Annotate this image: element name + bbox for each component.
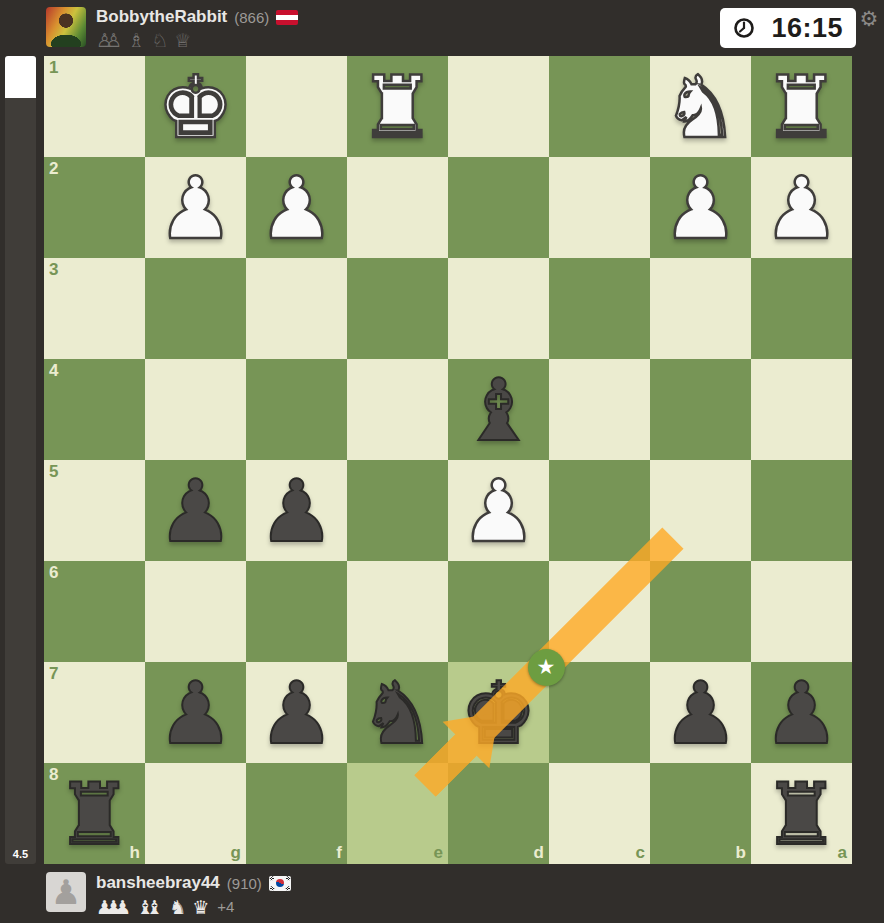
square-d8[interactable]: d	[448, 763, 549, 864]
black-bishop-d4[interactable]: ♝	[448, 359, 549, 460]
square-h4[interactable]: 4	[44, 359, 145, 460]
square-d1[interactable]	[448, 56, 549, 157]
black-rook-h8[interactable]: ♜	[44, 763, 145, 864]
square-f7[interactable]: ♟	[246, 662, 347, 763]
square-c8[interactable]: c	[549, 763, 650, 864]
square-h8[interactable]: 8h♜	[44, 763, 145, 864]
square-h7[interactable]: 7	[44, 662, 145, 763]
file-label: e	[434, 843, 443, 863]
evaluation-value: 4.5	[5, 848, 36, 860]
clock-icon	[733, 17, 755, 39]
white-pawn-a2[interactable]: ♟	[751, 157, 852, 258]
white-pawn-d5[interactable]: ♟	[448, 460, 549, 561]
square-d3[interactable]	[448, 258, 549, 359]
top-player-rating: (866)	[234, 9, 269, 26]
star-icon: ★	[537, 649, 556, 686]
square-a8[interactable]: a♜	[751, 763, 852, 864]
square-d5[interactable]: ♟	[448, 460, 549, 561]
bottom-player-name[interactable]: bansheebray44	[96, 873, 220, 893]
rank-label: 3	[49, 260, 58, 280]
square-b7[interactable]: ♟	[650, 662, 751, 763]
file-label: g	[231, 843, 241, 863]
square-c1[interactable]	[549, 56, 650, 157]
white-rook-a1[interactable]: ♜	[751, 56, 852, 157]
black-pawn-f5[interactable]: ♟	[246, 460, 347, 561]
captured-piece-group: ♝♝	[137, 896, 163, 918]
square-e8[interactable]: e	[347, 763, 448, 864]
square-b5[interactable]	[650, 460, 751, 561]
square-c5[interactable]	[549, 460, 650, 561]
square-e3[interactable]	[347, 258, 448, 359]
bottom-player-avatar[interactable]: ♟	[46, 872, 86, 912]
captured-piece-group: ♕	[174, 29, 191, 51]
white-pawn-f2[interactable]: ♟	[246, 157, 347, 258]
square-c6[interactable]	[549, 561, 650, 662]
captured-piece-group: ♞	[169, 896, 186, 918]
white-pawn-b2[interactable]: ♟	[650, 157, 751, 258]
square-f6[interactable]	[246, 561, 347, 662]
south-korea-flag-icon	[269, 876, 291, 891]
square-b3[interactable]	[650, 258, 751, 359]
square-d2[interactable]	[448, 157, 549, 258]
square-c2[interactable]	[549, 157, 650, 258]
square-e4[interactable]	[347, 359, 448, 460]
square-f1[interactable]	[246, 56, 347, 157]
evaluation-bar-white-section	[5, 56, 36, 98]
square-g3[interactable]	[145, 258, 246, 359]
rank-label: 6	[49, 563, 58, 583]
square-h3[interactable]: 3	[44, 258, 145, 359]
square-a2[interactable]: ♟	[751, 157, 852, 258]
chess-app: BobbytheRabbit (866) ♙♙♗♘♕ 16:15 ⚙ 4.5 1…	[0, 0, 884, 923]
gear-icon[interactable]: ⚙	[858, 8, 880, 30]
black-rook-a8[interactable]: ♜	[751, 763, 852, 864]
square-c4[interactable]	[549, 359, 650, 460]
square-e2[interactable]	[347, 157, 448, 258]
square-g7[interactable]: ♟	[145, 662, 246, 763]
square-h2[interactable]: 2	[44, 157, 145, 258]
square-e5[interactable]	[347, 460, 448, 561]
file-label: d	[534, 843, 544, 863]
square-b6[interactable]	[650, 561, 751, 662]
square-d4[interactable]: ♝	[448, 359, 549, 460]
captured-piece-group: ♗	[128, 29, 145, 51]
captured-piece-group: ♘	[151, 29, 168, 51]
square-f2[interactable]: ♟	[246, 157, 347, 258]
white-pawn-g2[interactable]: ♟	[145, 157, 246, 258]
square-g1[interactable]: ♚	[145, 56, 246, 157]
square-e1[interactable]: ♜	[347, 56, 448, 157]
square-f5[interactable]: ♟	[246, 460, 347, 561]
square-a4[interactable]	[751, 359, 852, 460]
bottom-player-rating: (910)	[227, 875, 262, 892]
top-player-avatar[interactable]	[46, 7, 86, 47]
square-g2[interactable]: ♟	[145, 157, 246, 258]
square-a5[interactable]	[751, 460, 852, 561]
file-label: c	[636, 843, 645, 863]
square-f4[interactable]	[246, 359, 347, 460]
top-clock-time: 16:15	[771, 13, 843, 44]
square-a7[interactable]: ♟	[751, 662, 852, 763]
chess-board[interactable]: 1♚♜♞♜2♟♟♟♟34♝5♟♟♟67♟♟♞♚♟♟8h♜gfedcba♜★	[44, 56, 852, 864]
square-a6[interactable]	[751, 561, 852, 662]
evaluation-bar: 4.5	[5, 56, 36, 864]
black-pawn-g5[interactable]: ♟	[145, 460, 246, 561]
square-e7[interactable]: ♞	[347, 662, 448, 763]
square-c7[interactable]	[549, 662, 650, 763]
square-a1[interactable]: ♜	[751, 56, 852, 157]
square-f8[interactable]: f	[246, 763, 347, 864]
captured-piece-group: ♙♙	[96, 29, 122, 51]
white-knight-b1[interactable]: ♞	[650, 56, 751, 157]
square-a3[interactable]	[751, 258, 852, 359]
black-pawn-f7[interactable]: ♟	[246, 662, 347, 763]
square-h5[interactable]: 5	[44, 460, 145, 561]
captured-piece-group: ♛	[192, 896, 209, 918]
austria-flag-icon	[276, 10, 298, 25]
square-h6[interactable]: 6	[44, 561, 145, 662]
bottom-player-bar: ♟ bansheebray44 (910) ♟♟♟♝♝♞♛+4 15:14	[0, 864, 884, 923]
square-g4[interactable]	[145, 359, 246, 460]
square-f3[interactable]	[246, 258, 347, 359]
rank-label: 2	[49, 159, 58, 179]
black-knight-e7[interactable]: ♞	[347, 662, 448, 763]
square-g6[interactable]	[145, 561, 246, 662]
top-player-name[interactable]: BobbytheRabbit	[96, 7, 227, 27]
square-b1[interactable]: ♞	[650, 56, 751, 157]
rank-label: 1	[49, 58, 58, 78]
black-pawn-g7[interactable]: ♟	[145, 662, 246, 763]
rank-label: 5	[49, 462, 58, 482]
best-move-badge: ★	[528, 649, 565, 686]
square-c3[interactable]	[549, 258, 650, 359]
square-g5[interactable]: ♟	[145, 460, 246, 561]
bottom-captured-pieces: ♟♟♟♝♝♞♛+4	[96, 896, 234, 918]
square-d6[interactable]	[448, 561, 549, 662]
square-b8[interactable]: b	[650, 763, 751, 864]
file-label: f	[336, 843, 342, 863]
square-b4[interactable]	[650, 359, 751, 460]
top-player-bar: BobbytheRabbit (866) ♙♙♗♘♕ 16:15 ⚙	[0, 0, 884, 56]
default-pawn-avatar-icon: ♟	[46, 872, 86, 912]
square-g8[interactable]: g	[145, 763, 246, 864]
square-e6[interactable]	[347, 561, 448, 662]
captured-piece-group: ♟♟♟	[96, 896, 131, 918]
white-rook-e1[interactable]: ♜	[347, 56, 448, 157]
square-h1[interactable]: 1	[44, 56, 145, 157]
black-pawn-b7[interactable]: ♟	[650, 662, 751, 763]
rank-label: 4	[49, 361, 58, 381]
black-pawn-a7[interactable]: ♟	[751, 662, 852, 763]
top-player-clock: 16:15	[720, 8, 856, 48]
rank-label: 7	[49, 664, 58, 684]
file-label: b	[736, 843, 746, 863]
material-advantage: +4	[217, 896, 234, 918]
white-king-g1[interactable]: ♚	[145, 56, 246, 157]
top-captured-pieces: ♙♙♗♘♕	[96, 29, 191, 51]
square-b2[interactable]: ♟	[650, 157, 751, 258]
